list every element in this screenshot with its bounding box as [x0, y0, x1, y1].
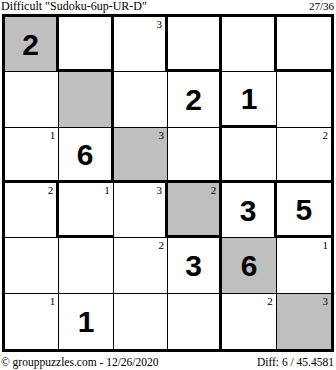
puzzle-title: Difficult "Sudoku-6up-UR-D"	[0, 0, 147, 13]
cell-r5c2[interactable]	[59, 238, 113, 293]
sudoku-page: Difficult "Sudoku-6up-UR-D" 27/36 232116…	[0, 0, 336, 370]
corner-mark-r4c2: 1	[104, 184, 110, 196]
difficulty-text: Diff: 6 / 45.4581	[257, 355, 336, 369]
cell-r4c2[interactable]: 1	[59, 183, 113, 238]
cell-r2c6[interactable]	[277, 72, 331, 127]
cell-r3c1[interactable]: 1	[5, 128, 59, 183]
cell-r2c1[interactable]	[5, 72, 59, 127]
given-digit-r4c5: 3	[240, 196, 257, 226]
cell-r3c6[interactable]: 2	[277, 128, 331, 183]
cell-r5c6[interactable]: 1	[277, 238, 331, 293]
cell-r1c4[interactable]	[168, 17, 222, 72]
corner-mark-r6c6: 3	[322, 295, 328, 307]
cell-r6c3[interactable]	[114, 294, 168, 349]
given-digit-r2c5: 1	[241, 84, 258, 114]
given-digit-r6c2: 1	[78, 307, 95, 337]
cell-r4c5[interactable]: 3	[222, 183, 276, 238]
cell-r3c5[interactable]	[222, 128, 276, 183]
cell-r6c2[interactable]: 1	[59, 294, 113, 349]
given-digit-r2c4: 2	[185, 85, 202, 115]
cell-r6c1[interactable]: 1	[5, 294, 59, 349]
cell-r6c6[interactable]: 3	[277, 294, 331, 349]
corner-mark-r3c3: 3	[158, 129, 164, 141]
cell-r4c3[interactable]: 3	[114, 183, 168, 238]
cell-r1c3[interactable]: 3	[114, 17, 168, 72]
cell-r2c4[interactable]: 2	[168, 72, 222, 127]
corner-mark-r3c6: 2	[322, 129, 328, 141]
cell-r1c2[interactable]	[59, 17, 113, 72]
cell-r5c5[interactable]: 6	[222, 238, 276, 293]
given-digit-r5c5: 6	[241, 251, 258, 281]
given-digit-r4c6: 5	[295, 195, 312, 225]
cell-r2c5[interactable]: 1	[222, 72, 276, 127]
cell-r6c5[interactable]: 2	[222, 294, 276, 349]
given-digit-r1c1: 2	[22, 30, 39, 60]
sudoku-board: 2321163221323523611123	[2, 14, 334, 352]
cell-r2c3[interactable]	[114, 72, 168, 127]
cell-r1c1[interactable]: 2	[5, 17, 59, 72]
copyright-text: © grouppuzzles.com - 12/26/2020	[0, 355, 159, 369]
cell-r3c3[interactable]: 3	[114, 128, 168, 183]
given-digit-r5c4: 3	[185, 251, 202, 281]
cell-r6c4[interactable]	[168, 294, 222, 349]
cell-r5c1[interactable]	[5, 238, 59, 293]
corner-mark-r5c3: 2	[158, 239, 164, 251]
cell-r5c4[interactable]: 3	[168, 238, 222, 293]
corner-mark-r4c4: 2	[211, 184, 217, 196]
corner-mark-r1c3: 3	[156, 18, 162, 30]
corner-mark-r5c6: 1	[322, 239, 328, 251]
corner-mark-r6c5: 2	[267, 295, 273, 307]
cell-r4c1[interactable]: 2	[5, 183, 59, 238]
cell-r1c6[interactable]	[277, 17, 331, 72]
cell-r3c4[interactable]	[168, 128, 222, 183]
header: Difficult "Sudoku-6up-UR-D" 27/36	[0, 0, 336, 14]
cell-r2c2[interactable]	[59, 72, 113, 127]
cell-r5c3[interactable]: 2	[114, 238, 168, 293]
footer: © grouppuzzles.com - 12/26/2020 Diff: 6 …	[0, 354, 336, 369]
cell-r1c5[interactable]	[222, 17, 276, 72]
cell-r4c6[interactable]: 5	[277, 183, 331, 238]
corner-mark-r3c1: 1	[50, 129, 56, 141]
given-digit-r3c2: 6	[77, 140, 94, 170]
corner-mark-r4c3: 3	[156, 184, 162, 196]
progress-counter: 27/36	[309, 0, 336, 13]
corner-mark-r6c1: 1	[50, 295, 56, 307]
cell-r3c2[interactable]: 6	[59, 128, 113, 183]
cell-r4c4[interactable]: 2	[168, 183, 222, 238]
corner-mark-r4c1: 2	[48, 184, 54, 196]
